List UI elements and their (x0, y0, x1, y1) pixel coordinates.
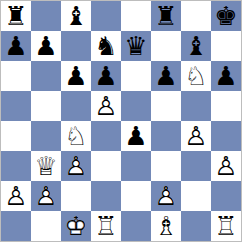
square-e3[interactable] (121, 151, 151, 181)
square-d2[interactable] (91, 181, 121, 211)
white-queen[interactable]: ♕ (31, 151, 61, 181)
square-f1[interactable]: ♝♗ (151, 211, 181, 241)
square-f2[interactable]: ♟♙ (151, 181, 181, 211)
white-pawn[interactable]: ♙ (1, 181, 31, 211)
square-g7[interactable]: ♝ (181, 31, 211, 61)
square-h1[interactable]: ♜♖ (211, 211, 241, 241)
black-pawn[interactable]: ♟ (31, 31, 61, 61)
white-knight[interactable]: ♘ (181, 61, 211, 91)
square-g3[interactable] (181, 151, 211, 181)
square-d8[interactable] (91, 1, 121, 31)
white-pawn[interactable]: ♙ (31, 181, 61, 211)
white-pawn[interactable]: ♙ (211, 151, 241, 181)
square-e5[interactable] (121, 91, 151, 121)
square-f5[interactable] (151, 91, 181, 121)
square-b4[interactable] (31, 121, 61, 151)
square-f7[interactable] (151, 31, 181, 61)
white-bishop[interactable]: ♗ (151, 211, 181, 241)
square-b8[interactable] (31, 1, 61, 31)
square-b2[interactable]: ♟♙ (31, 181, 61, 211)
square-f8[interactable]: ♜ (151, 1, 181, 31)
black-bishop[interactable]: ♝ (181, 31, 211, 61)
black-rook[interactable]: ♜ (1, 1, 31, 31)
square-h2[interactable] (211, 181, 241, 211)
square-a4[interactable] (1, 121, 31, 151)
square-h8[interactable]: ♚ (211, 1, 241, 31)
square-c8[interactable]: ♝ (61, 1, 91, 31)
square-d1[interactable]: ♜♖ (91, 211, 121, 241)
square-h5[interactable] (211, 91, 241, 121)
square-f6[interactable]: ♟ (151, 61, 181, 91)
white-king[interactable]: ♔ (61, 211, 91, 241)
square-g6[interactable]: ♞♘ (181, 61, 211, 91)
square-d7[interactable]: ♞ (91, 31, 121, 61)
white-pawn[interactable]: ♙ (181, 121, 211, 151)
black-pawn[interactable]: ♟ (151, 61, 181, 91)
square-d3[interactable] (91, 151, 121, 181)
square-b5[interactable] (31, 91, 61, 121)
square-c5[interactable] (61, 91, 91, 121)
square-c6[interactable]: ♟ (61, 61, 91, 91)
square-b1[interactable] (31, 211, 61, 241)
square-f3[interactable] (151, 151, 181, 181)
square-b6[interactable] (31, 61, 61, 91)
square-c4[interactable]: ♞♘ (61, 121, 91, 151)
square-a5[interactable] (1, 91, 31, 121)
square-c7[interactable] (61, 31, 91, 61)
white-pawn[interactable]: ♙ (61, 151, 91, 181)
square-c1[interactable]: ♚♔ (61, 211, 91, 241)
white-knight[interactable]: ♘ (61, 121, 91, 151)
square-g2[interactable] (181, 181, 211, 211)
white-pawn[interactable]: ♙ (151, 181, 181, 211)
square-a8[interactable]: ♜ (1, 1, 31, 31)
square-a6[interactable] (1, 61, 31, 91)
square-e1[interactable] (121, 211, 151, 241)
black-queen[interactable]: ♛ (121, 31, 151, 61)
black-pawn[interactable]: ♟ (121, 121, 151, 151)
square-h6[interactable]: ♟ (211, 61, 241, 91)
black-knight[interactable]: ♞ (91, 31, 121, 61)
black-bishop[interactable]: ♝ (61, 1, 91, 31)
square-c2[interactable] (61, 181, 91, 211)
square-e6[interactable] (121, 61, 151, 91)
square-g5[interactable] (181, 91, 211, 121)
square-d5[interactable]: ♟♙ (91, 91, 121, 121)
square-a3[interactable] (1, 151, 31, 181)
square-e4[interactable]: ♟ (121, 121, 151, 151)
square-b7[interactable]: ♟ (31, 31, 61, 61)
square-g4[interactable]: ♟♙ (181, 121, 211, 151)
black-rook[interactable]: ♜ (151, 1, 181, 31)
square-b3[interactable]: ♛♕ (31, 151, 61, 181)
black-king[interactable]: ♚ (211, 1, 241, 31)
square-e7[interactable]: ♛ (121, 31, 151, 61)
square-d6[interactable]: ♟ (91, 61, 121, 91)
square-e2[interactable] (121, 181, 151, 211)
white-pawn[interactable]: ♙ (91, 91, 121, 121)
square-c3[interactable]: ♟♙ (61, 151, 91, 181)
chess-board: ♜♝♜♚♟♟♞♛♝♟♟♟♞♘♟♟♙♞♘♟♟♙♛♕♟♙♟♙♟♙♟♙♟♙♚♔♜♖♝♗… (0, 0, 242, 242)
square-h4[interactable] (211, 121, 241, 151)
square-a7[interactable]: ♟ (1, 31, 31, 61)
black-pawn[interactable]: ♟ (61, 61, 91, 91)
square-h3[interactable]: ♟♙ (211, 151, 241, 181)
black-pawn[interactable]: ♟ (1, 31, 31, 61)
white-rook[interactable]: ♖ (91, 211, 121, 241)
square-d4[interactable] (91, 121, 121, 151)
square-g1[interactable] (181, 211, 211, 241)
square-a2[interactable]: ♟♙ (1, 181, 31, 211)
white-rook[interactable]: ♖ (211, 211, 241, 241)
black-pawn[interactable]: ♟ (211, 61, 241, 91)
square-e8[interactable] (121, 1, 151, 31)
square-f4[interactable] (151, 121, 181, 151)
square-a1[interactable] (1, 211, 31, 241)
square-h7[interactable] (211, 31, 241, 61)
black-pawn[interactable]: ♟ (91, 61, 121, 91)
square-g8[interactable] (181, 1, 211, 31)
